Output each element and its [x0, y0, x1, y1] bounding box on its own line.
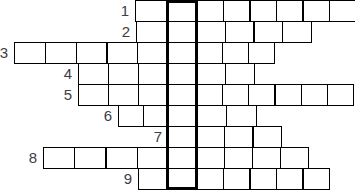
- crossword-cell-r3c9[interactable]: [248, 42, 275, 64]
- crossword-cell-r8c9[interactable]: [280, 147, 309, 169]
- crossword-cell-r3c3[interactable]: [76, 42, 108, 64]
- crossword-cell-r9c7[interactable]: [302, 168, 330, 190]
- crossword-cell-r1c5[interactable]: [249, 0, 277, 22]
- crossword-cell-r4c6[interactable]: [225, 63, 255, 85]
- crossword-cell-r7c4[interactable]: [253, 126, 282, 148]
- crossword-cell-r5c10[interactable]: [327, 84, 354, 106]
- crossword-cell-r3c1[interactable]: [14, 42, 46, 64]
- crossword-cell-r2c5[interactable]: [253, 21, 283, 43]
- crossword-cell-r9c3[interactable]: [196, 168, 224, 190]
- crossword-cell-r5c2[interactable]: [108, 84, 139, 106]
- crossword-row-3: [14, 42, 275, 64]
- clue-number-5: 5: [52, 84, 72, 106]
- crossword-cell-r8c4[interactable]: [137, 147, 169, 169]
- crossword-cell-r3c7[interactable]: [196, 42, 223, 64]
- crossword-cell-r5c8[interactable]: [275, 84, 302, 106]
- crossword-cell-r4c2[interactable]: [108, 63, 139, 85]
- crossword-cell-r4c5[interactable]: [196, 63, 226, 85]
- crossword-cell-r3c4[interactable]: [106, 42, 138, 64]
- crossword-cell-r9c1[interactable]: [138, 168, 169, 190]
- crossword-cell-r9c4[interactable]: [223, 168, 251, 190]
- crossword-cell-r4c1[interactable]: [78, 63, 109, 85]
- crossword-cell-r8c8[interactable]: [252, 147, 281, 169]
- crossword-cell-r5c9[interactable]: [301, 84, 328, 106]
- crossword-cell-r7c2[interactable]: [196, 126, 225, 148]
- crossword-cell-r1c6[interactable]: [276, 0, 304, 22]
- crossword-cell-r3c5[interactable]: [137, 42, 169, 64]
- crossword-cell-r2c4[interactable]: [225, 21, 255, 43]
- crossword-cell-r5c3[interactable]: [138, 84, 169, 106]
- crossword-cell-r8c3[interactable]: [106, 147, 138, 169]
- crossword-cell-r5c7[interactable]: [248, 84, 275, 106]
- crossword-cell-r8c2[interactable]: [74, 147, 106, 169]
- crossword-cell-r2c1[interactable]: [136, 21, 169, 43]
- crossword-cell-r3c8[interactable]: [222, 42, 249, 64]
- crossword-cell-r8c1[interactable]: [43, 147, 75, 169]
- crossword-cell-r9c6[interactable]: [276, 168, 304, 190]
- crossword-cell-r1c7[interactable]: [302, 0, 330, 22]
- clue-number-4: 4: [52, 63, 72, 85]
- crossword-cell-r5c5[interactable]: [196, 84, 223, 106]
- crossword-cell-r3c2[interactable]: [45, 42, 77, 64]
- crossword-cell-r1c3[interactable]: [196, 0, 224, 22]
- clue-number-3: 3: [0, 42, 8, 64]
- crossword-cell-r8c6[interactable]: [196, 147, 225, 169]
- crossword-cell-r5c6[interactable]: [222, 84, 249, 106]
- crossword-cell-r1c8[interactable]: [329, 0, 355, 22]
- clue-number-9: 9: [112, 168, 132, 190]
- crossword-cell-r6c4[interactable]: [196, 105, 227, 127]
- clue-number-2: 2: [110, 21, 130, 43]
- clue-number-1: 1: [109, 0, 129, 22]
- clue-number-7: 7: [142, 126, 162, 148]
- crossword-cell-r1c1[interactable]: [135, 0, 169, 22]
- crossword-cell-r6c1[interactable]: [118, 105, 144, 127]
- crossword-cell-r9c5[interactable]: [249, 168, 277, 190]
- crossword-cell-r2c3[interactable]: [196, 21, 226, 43]
- keyword-column: [166, 0, 198, 190]
- clue-number-8: 8: [17, 147, 37, 169]
- crossword-cell-r8c7[interactable]: [224, 147, 253, 169]
- crossword-cell-r2c6[interactable]: [282, 21, 312, 43]
- crossword-cell-r4c3[interactable]: [138, 63, 169, 85]
- crossword-row-2: [136, 21, 311, 43]
- crossword-row-5: [78, 84, 354, 106]
- clue-number-6: 6: [92, 105, 112, 127]
- crossword-board: 123456789: [0, 0, 355, 190]
- crossword-cell-r1c4[interactable]: [223, 0, 251, 22]
- crossword-cell-r6c5[interactable]: [226, 105, 257, 127]
- crossword-cell-r7c3[interactable]: [224, 126, 253, 148]
- crossword-cell-r5c1[interactable]: [78, 84, 109, 106]
